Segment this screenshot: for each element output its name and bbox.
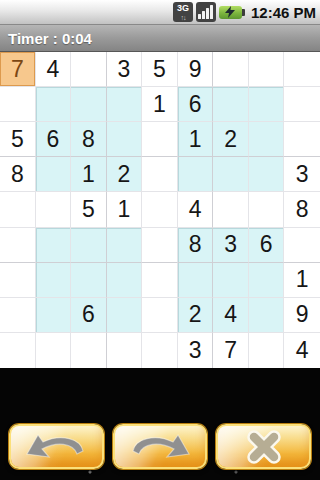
cell-r1c3[interactable] [71, 52, 107, 87]
cell-r7c2[interactable] [36, 263, 72, 298]
cell-r4c5[interactable] [142, 157, 178, 192]
phone-screen: 3G ↑↓ 12:46 PM Timer : 0:04 743591656812… [0, 0, 320, 480]
undo-button[interactable] [9, 424, 104, 469]
cell-r9c3[interactable] [71, 333, 107, 368]
cell-r1c2[interactable]: 4 [36, 52, 72, 87]
cell-r1c8[interactable] [249, 52, 285, 87]
cell-r3c4[interactable] [107, 122, 143, 157]
cell-r7c9[interactable]: 1 [284, 263, 320, 298]
cell-r9c6[interactable]: 3 [178, 333, 214, 368]
cell-r5c3[interactable]: 5 [71, 192, 107, 227]
cell-r8c1[interactable] [0, 298, 36, 333]
cell-r5c8[interactable] [249, 192, 285, 227]
cell-r5c2[interactable] [36, 192, 72, 227]
cell-r1c6[interactable]: 9 [178, 52, 214, 87]
cell-r9c5[interactable] [142, 333, 178, 368]
cell-r3c6[interactable]: 1 [178, 122, 214, 157]
cell-r3c8[interactable] [249, 122, 285, 157]
status-bar: 3G ↑↓ 12:46 PM [0, 0, 320, 25]
sudoku-board: 7435916568128123514883616249374 [0, 52, 320, 368]
cell-r3c2[interactable]: 6 [36, 122, 72, 157]
bottom-toolbar [0, 368, 320, 480]
redo-arrow-icon [127, 430, 193, 464]
cell-r6c5[interactable] [142, 228, 178, 263]
title-bar: Timer : 0:04 [0, 25, 320, 52]
cell-r1c7[interactable] [213, 52, 249, 87]
cell-r4c3[interactable]: 1 [71, 157, 107, 192]
cell-r4c4[interactable]: 2 [107, 157, 143, 192]
cell-r9c1[interactable] [0, 333, 36, 368]
cell-r8c9[interactable]: 9 [284, 298, 320, 333]
cell-r4c6[interactable] [178, 157, 214, 192]
cell-r8c5[interactable] [142, 298, 178, 333]
cell-r6c2[interactable] [36, 228, 72, 263]
cell-r5c6[interactable]: 4 [178, 192, 214, 227]
cell-r3c3[interactable]: 8 [71, 122, 107, 157]
cell-r6c3[interactable] [71, 228, 107, 263]
cell-r4c9[interactable]: 3 [284, 157, 320, 192]
cell-r2c5[interactable]: 1 [142, 87, 178, 122]
timer-text: Timer : 0:04 [8, 30, 92, 47]
cell-r5c5[interactable] [142, 192, 178, 227]
cell-r6c6[interactable]: 8 [178, 228, 214, 263]
cell-r2c7[interactable] [213, 87, 249, 122]
cell-r9c9[interactable]: 4 [284, 333, 320, 368]
close-x-icon [242, 429, 286, 465]
cell-r7c6[interactable] [178, 263, 214, 298]
cell-r9c2[interactable] [36, 333, 72, 368]
cell-r7c1[interactable] [0, 263, 36, 298]
cell-r5c7[interactable] [213, 192, 249, 227]
cell-r2c8[interactable] [249, 87, 285, 122]
lightning-bolt-icon [225, 6, 235, 18]
cell-r4c8[interactable] [249, 157, 285, 192]
close-button[interactable] [216, 424, 311, 469]
cell-r6c8[interactable]: 6 [249, 228, 285, 263]
network-label: 3G [177, 4, 189, 13]
cell-r4c7[interactable] [213, 157, 249, 192]
data-arrows-icon: ↑↓ [180, 14, 185, 21]
cell-r8c7[interactable]: 4 [213, 298, 249, 333]
cell-r6c4[interactable] [107, 228, 143, 263]
cell-r2c6[interactable]: 6 [178, 87, 214, 122]
cell-r7c3[interactable] [71, 263, 107, 298]
cell-r2c2[interactable] [36, 87, 72, 122]
cell-r6c9[interactable] [284, 228, 320, 263]
cell-r8c4[interactable] [107, 298, 143, 333]
clock-text: 12:46 PM [251, 4, 316, 21]
cell-r4c1[interactable]: 8 [0, 157, 36, 192]
cell-r3c7[interactable]: 2 [213, 122, 249, 157]
cell-r5c1[interactable] [0, 192, 36, 227]
cell-r8c8[interactable] [249, 298, 285, 333]
undo-arrow-icon [23, 430, 89, 464]
battery-charging-icon [219, 6, 242, 19]
cell-r1c4[interactable]: 3 [107, 52, 143, 87]
cell-r8c6[interactable]: 2 [178, 298, 214, 333]
cell-r2c3[interactable] [71, 87, 107, 122]
cell-r6c1[interactable] [0, 228, 36, 263]
cell-r7c5[interactable] [142, 263, 178, 298]
cell-r1c9[interactable] [284, 52, 320, 87]
cell-r4c2[interactable] [36, 157, 72, 192]
redo-button[interactable] [113, 424, 208, 469]
cell-r3c5[interactable] [142, 122, 178, 157]
cell-r8c3[interactable]: 6 [71, 298, 107, 333]
cell-r1c5[interactable]: 5 [142, 52, 178, 87]
cell-r6c7[interactable]: 3 [213, 228, 249, 263]
cell-r7c4[interactable] [107, 263, 143, 298]
cell-r3c1[interactable]: 5 [0, 122, 36, 157]
cell-r7c7[interactable] [213, 263, 249, 298]
cell-r7c8[interactable] [249, 263, 285, 298]
cell-r1c1[interactable]: 7 [0, 52, 36, 87]
cell-r9c4[interactable] [107, 333, 143, 368]
cell-r2c1[interactable] [0, 87, 36, 122]
cell-r9c7[interactable]: 7 [213, 333, 249, 368]
3g-data-icon: 3G ↑↓ [173, 2, 193, 22]
cell-r3c9[interactable] [284, 122, 320, 157]
cell-r9c8[interactable] [249, 333, 285, 368]
cell-r8c2[interactable] [36, 298, 72, 333]
cell-r2c9[interactable] [284, 87, 320, 122]
cell-r5c4[interactable]: 1 [107, 192, 143, 227]
cell-r5c9[interactable]: 8 [284, 192, 320, 227]
signal-strength-icon [196, 2, 216, 22]
cell-r2c4[interactable] [107, 87, 143, 122]
